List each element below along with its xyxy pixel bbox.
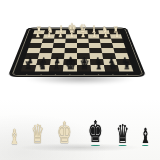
frame-coordinate-dot <box>126 74 128 75</box>
square-h8: ♜ <box>21 65 37 72</box>
square-e8: ♚ <box>63 65 77 72</box>
chess-board: ♜♞♝♚♛♝♞♜♟♟♟♟♟♟♟♟♟♟♟♟♟♟♟♟♜♞♝♚♛♝♞♜ <box>8 27 147 77</box>
white-bishop: ♝ <box>90 25 97 35</box>
frame-coordinate-dot <box>98 74 100 75</box>
black-pawn: ♟ <box>121 57 127 65</box>
black-pawn: ♟ <box>94 57 100 65</box>
black-knight: ♞ <box>108 60 116 71</box>
black-pawn: ♟ <box>67 57 73 65</box>
square-c8: ♝ <box>91 65 106 72</box>
square-f8: ♝ <box>49 65 64 72</box>
white-rook: ♜ <box>112 26 118 34</box>
black-pawn: ♟ <box>81 57 87 65</box>
board-grid: ♜♞♝♚♛♝♞♜♟♟♟♟♟♟♟♟♟♟♟♟♟♟♟♟♜♞♝♚♛♝♞♜ <box>21 30 134 71</box>
black-pawn: ♟ <box>27 57 33 65</box>
chess-set-photo: ♜♞♝♚♛♝♞♜♟♟♟♟♟♟♟♟♟♟♟♟♟♟♟♟♜♞♝♚♛♝♞♜ ♟♜♞♝♛♚♚… <box>0 0 160 160</box>
white-bishop: ♝ <box>57 25 64 35</box>
frame-coordinate-dot <box>83 74 85 75</box>
square-g8: ♞ <box>35 65 50 72</box>
frame-coordinate-dot <box>26 74 28 75</box>
piece-lineup: ♟♜♞♝♛♚♚♛♝♞♜♟ <box>0 119 160 146</box>
black-rook: ♜ <box>24 61 32 71</box>
black-pawn: ♟ <box>54 57 60 65</box>
black-rook: ♜ <box>123 61 131 71</box>
frame-coordinate-dot <box>55 74 57 75</box>
lineup-black-queen: ♛ <box>116 123 129 146</box>
white-knight: ♞ <box>101 26 107 35</box>
lineup-white-queen: ♛ <box>31 123 44 146</box>
lineup-black-king: ♚ <box>88 119 103 146</box>
board-coordinate-marks <box>19 74 134 75</box>
frame-coordinate-dot <box>40 74 42 75</box>
white-queen: ♛ <box>79 23 87 34</box>
lineup-black-bishop: ♝ <box>140 127 150 146</box>
black-pawn: ♟ <box>108 57 114 65</box>
frame-coordinate-dot <box>69 74 71 75</box>
white-king: ♚ <box>67 22 76 34</box>
square-a8: ♜ <box>118 65 134 72</box>
white-knight: ♞ <box>46 26 52 35</box>
lineup-white-bishop: ♝ <box>9 128 19 146</box>
frame-coordinate-dot <box>112 74 114 75</box>
square-d8: ♛ <box>77 65 91 72</box>
lineup-white-king: ♚ <box>57 120 72 146</box>
black-bishop: ♝ <box>51 59 60 71</box>
white-rook: ♜ <box>36 26 42 34</box>
black-pawn: ♟ <box>40 57 46 65</box>
black-knight: ♞ <box>38 60 46 71</box>
black-bishop: ♝ <box>94 59 103 71</box>
